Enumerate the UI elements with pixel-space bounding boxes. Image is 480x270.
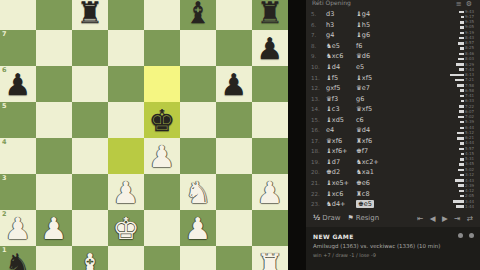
- move-row: 14.♝c3♛xf57:226:07: [306, 104, 480, 115]
- square-h7[interactable]: ♟: [252, 30, 288, 66]
- move-row: 9.♞xc6♛d68:468:03: [306, 51, 480, 62]
- square-d1[interactable]: [108, 246, 144, 270]
- square-f7[interactable]: [180, 30, 216, 66]
- piece-white-pawn: ♟: [252, 174, 288, 210]
- half-point-icon: ½: [313, 214, 320, 222]
- white-move[interactable]: gxf5: [326, 84, 356, 92]
- rank-label-2: 2: [2, 211, 7, 218]
- square-h3[interactable]: ♟: [252, 174, 288, 210]
- rank-label-4: 4: [2, 139, 7, 146]
- square-e4[interactable]: ♟: [144, 138, 180, 174]
- white-move[interactable]: ♝xc6: [326, 190, 356, 198]
- square-c4[interactable]: [72, 138, 108, 174]
- clock-value: 1:44: [465, 205, 474, 209]
- move-time-bars: 3:441:44: [418, 200, 480, 209]
- square-b2[interactable]: ♟: [36, 210, 72, 246]
- time-bar: [459, 190, 464, 193]
- flag-icon: ⚑: [348, 214, 354, 222]
- move-row: 12.gxf5♛e77:586:58: [306, 83, 480, 94]
- time-bar: [456, 63, 464, 66]
- move-time-bars: 5:574:15: [418, 147, 480, 156]
- square-d7[interactable]: [108, 30, 144, 66]
- clock-value: 5:12: [465, 131, 474, 135]
- move-navigation-buttons[interactable]: ⇤ ◀ ▶ ⇥ ⇄: [417, 214, 475, 223]
- white-move[interactable]: ♝xf6+: [326, 147, 356, 155]
- piece-black-pawn: ♟: [216, 66, 252, 102]
- time-bar: [458, 58, 464, 61]
- rank-label-3: 3: [2, 175, 7, 182]
- time-bar: [460, 195, 464, 198]
- move-number: 12.: [311, 85, 326, 91]
- square-f1[interactable]: [180, 246, 216, 270]
- white-move[interactable]: d3: [326, 10, 356, 18]
- rank-label-6: 6: [2, 67, 7, 74]
- time-bar: [460, 158, 464, 161]
- rating-change: win +7 / draw -1 / lose -9: [313, 252, 376, 258]
- time-bar: [459, 148, 464, 151]
- black-move[interactable]: ♝xf5: [356, 74, 418, 82]
- square-d2[interactable]: ♚: [108, 210, 144, 246]
- move-time-bars: 9:359:05: [418, 20, 480, 29]
- square-e6[interactable]: [144, 66, 180, 102]
- square-e3[interactable]: [144, 174, 180, 210]
- black-move[interactable]: g6: [356, 95, 418, 103]
- move-number: 17.: [311, 138, 326, 144]
- black-move[interactable]: ♜xf6: [356, 137, 418, 145]
- square-a2[interactable]: 2♟: [0, 210, 36, 246]
- square-b6[interactable]: [36, 66, 72, 102]
- square-f8[interactable]: ♝: [180, 0, 216, 30]
- black-move[interactable]: ♚f7: [356, 147, 418, 155]
- player-icon[interactable]: [458, 233, 463, 238]
- clock-value: 7:58: [465, 84, 474, 88]
- white-move[interactable]: ♞xc6: [326, 52, 356, 60]
- piece-white-pawn: ♟: [180, 210, 216, 246]
- square-c7[interactable]: [72, 30, 108, 66]
- clock-value: 6:33: [465, 99, 474, 103]
- square-e5[interactable]: ♚: [144, 102, 180, 138]
- square-h5[interactable]: [252, 102, 288, 138]
- time-bar: [455, 179, 464, 182]
- clock-value: 7:44: [465, 68, 474, 72]
- square-g7[interactable]: [216, 30, 252, 66]
- move-time-bars: 7:025:39: [418, 115, 480, 124]
- piece-white-pawn: ♟: [144, 138, 180, 174]
- clock-value: 8:25: [465, 46, 474, 50]
- move-row: 15.♝xd5c67:025:39: [306, 114, 480, 125]
- time-bar: [459, 53, 464, 56]
- square-f5[interactable]: [180, 102, 216, 138]
- piece-black-pawn: ♟: [252, 30, 288, 66]
- square-a4[interactable]: 4: [0, 138, 36, 174]
- square-g6[interactable]: ♟: [216, 66, 252, 102]
- white-move[interactable]: ♛f3: [326, 95, 356, 103]
- move-row: 21.♝xe5+♚e64:432:39: [306, 178, 480, 189]
- move-row: 13.♛f3g67:416:33: [306, 93, 480, 104]
- piece-white-knight: ♞: [180, 174, 216, 210]
- move-time-bars: 6:445:12: [418, 126, 480, 135]
- square-e8[interactable]: [144, 0, 180, 30]
- time-bar: [458, 169, 464, 172]
- square-f4[interactable]: [180, 138, 216, 174]
- opening-name: Réti Opening: [312, 0, 476, 8]
- rank-label-1: 1: [2, 247, 7, 254]
- move-number: 13.: [311, 96, 326, 102]
- players-ratings: Amilsugd (1363) vs. veckiwac (1336) (10 …: [313, 243, 440, 249]
- black-move[interactable]: ♛xf5: [356, 105, 418, 113]
- time-bar: [460, 127, 464, 130]
- time-bar: [460, 174, 464, 177]
- move-row: 11.♝f5♝xf58:137:21: [306, 72, 480, 83]
- square-b5[interactable]: [36, 102, 72, 138]
- time-bar: [460, 121, 464, 124]
- clock-value: 3:45: [465, 162, 474, 166]
- black-move-current[interactable]: ♚e5: [356, 200, 374, 208]
- time-bar: [456, 205, 464, 208]
- rank-label-7: 7: [2, 31, 7, 38]
- black-move[interactable]: e5: [356, 63, 418, 71]
- square-h6[interactable]: [252, 66, 288, 102]
- square-g8[interactable]: [216, 0, 252, 30]
- time-bar: [459, 68, 464, 71]
- move-time-bars: 8:137:21: [418, 73, 480, 82]
- time-bar: [459, 110, 464, 113]
- time-bar: [459, 11, 464, 14]
- square-g1[interactable]: [216, 246, 252, 270]
- time-bar: [457, 132, 464, 135]
- footer-icons[interactable]: [458, 233, 474, 238]
- time-bar: [460, 32, 464, 35]
- move-number: 20.: [311, 169, 326, 175]
- time-bar: [461, 153, 464, 156]
- square-a5[interactable]: 5: [0, 102, 36, 138]
- move-time-bars: 4:432:39: [418, 179, 480, 188]
- time-bar: [461, 100, 464, 103]
- black-move[interactable]: ♚e6: [356, 179, 418, 187]
- move-time-bars: 8:468:03: [418, 52, 480, 61]
- new-game-footer: NEW GAME Amilsugd (1363) vs. veckiwac (1…: [306, 227, 480, 270]
- move-time-bars: 6:214:44: [418, 136, 480, 145]
- black-move[interactable]: ♞xa1: [356, 168, 418, 176]
- time-bar: [457, 137, 464, 140]
- square-b4[interactable]: [36, 138, 72, 174]
- white-move[interactable]: e4: [326, 126, 356, 134]
- square-d6[interactable]: [108, 66, 144, 102]
- white-move[interactable]: h3: [326, 21, 356, 29]
- move-time-bars: 9:198:43: [418, 31, 480, 40]
- move-number: 21.: [311, 180, 326, 186]
- move-row: 20.♚d2♞xa15:023:12: [306, 167, 480, 178]
- black-move[interactable]: ♝h5: [356, 21, 418, 29]
- info-icon[interactable]: [469, 233, 474, 238]
- move-number: 8.: [311, 43, 326, 49]
- offer-draw-button[interactable]: ½Draw: [313, 214, 341, 222]
- move-number: 19.: [311, 159, 326, 165]
- move-number: 9.: [311, 53, 326, 59]
- white-move[interactable]: ♝f5: [326, 74, 356, 82]
- move-number: 7.: [311, 32, 326, 38]
- time-bar: [460, 26, 464, 29]
- move-number: 11.: [311, 75, 326, 81]
- panel-top-icons[interactable]: ≡⚙: [456, 0, 476, 9]
- square-c6[interactable]: [72, 66, 108, 102]
- black-move[interactable]: ♛d4: [356, 126, 418, 134]
- time-bar: [460, 89, 464, 92]
- square-a7[interactable]: 7: [0, 30, 36, 66]
- black-move[interactable]: c6: [356, 116, 418, 124]
- move-time-bars: 7:226:07: [418, 105, 480, 114]
- clock-value: 2:39: [465, 184, 474, 188]
- move-time-bars: 4:122:05: [418, 189, 480, 198]
- clock-value: 3:12: [465, 173, 474, 177]
- square-b7[interactable]: [36, 30, 72, 66]
- square-b3[interactable]: [36, 174, 72, 210]
- piece-black-rook: ♜: [72, 0, 108, 30]
- time-bar: [459, 163, 464, 166]
- clock-value: 3:44: [465, 200, 474, 204]
- move-list[interactable]: 5.d3♝g49:439:176.h3♝h59:359:057.g4♝g69:1…: [306, 9, 480, 209]
- clock-value: 4:15: [465, 152, 474, 156]
- square-c2[interactable]: [72, 210, 108, 246]
- white-move[interactable]: ♚d2: [326, 168, 356, 176]
- square-c8[interactable]: ♜: [72, 0, 108, 30]
- piece-black-bishop: ♝: [180, 0, 216, 30]
- clock-value: 6:07: [465, 110, 474, 114]
- black-move[interactable]: ♞xc2+: [356, 158, 418, 166]
- square-d8[interactable]: [108, 0, 144, 30]
- square-f6[interactable]: [180, 66, 216, 102]
- square-d5[interactable]: [108, 102, 144, 138]
- black-move[interactable]: f6: [356, 42, 418, 50]
- move-number: 14.: [311, 106, 326, 112]
- square-c5[interactable]: [72, 102, 108, 138]
- move-number: 23.: [311, 201, 326, 207]
- white-move[interactable]: ♞d4+: [326, 200, 356, 208]
- white-move[interactable]: ♛xf6: [326, 137, 356, 145]
- move-row: 7.g4♝g69:198:43: [306, 30, 480, 41]
- piece-white-pawn: ♟: [36, 210, 72, 246]
- square-c3[interactable]: [72, 174, 108, 210]
- clock-value: 9:05: [465, 25, 474, 29]
- square-d4[interactable]: [108, 138, 144, 174]
- time-bar: [453, 200, 464, 203]
- white-move[interactable]: ♝d4: [326, 63, 356, 71]
- move-number: 16.: [311, 127, 326, 133]
- move-number: 15.: [311, 117, 326, 123]
- move-number: 5.: [311, 11, 326, 17]
- white-move[interactable]: g4: [326, 31, 356, 39]
- square-h4[interactable]: [252, 138, 288, 174]
- clock-value: 5:39: [465, 120, 474, 124]
- move-time-bars: 7:416:33: [418, 94, 480, 103]
- piece-black-king: ♚: [144, 102, 180, 138]
- move-list-panel: Réti Opening ≡⚙ 5.d3♝g49:439:176.h3♝h59:…: [306, 0, 480, 270]
- square-h8[interactable]: ♜: [252, 0, 288, 30]
- black-move[interactable]: ♝g6: [356, 31, 418, 39]
- clock-value: 8:43: [465, 36, 474, 40]
- time-bar: [460, 95, 464, 98]
- white-move[interactable]: ♝c3: [326, 105, 356, 113]
- black-move[interactable]: ♝g4: [356, 10, 418, 18]
- screenshot-stage: 8♜♝♜7♟6♟♟5♚4♟3♟♞♟2♟♟♚♟1♞♝♜ Réti Opening …: [0, 0, 480, 270]
- move-row: 17.♛xf6♜xf66:214:44: [306, 136, 480, 147]
- move-number: 22.: [311, 191, 326, 197]
- square-a3[interactable]: 3: [0, 174, 36, 210]
- square-h2[interactable]: [252, 210, 288, 246]
- move-row: 18.♝xf6+♚f75:574:15: [306, 146, 480, 157]
- move-number: 10.: [311, 64, 326, 70]
- piece-white-pawn: ♟: [108, 174, 144, 210]
- square-a1[interactable]: 1♞: [0, 246, 36, 270]
- time-bar: [455, 79, 464, 82]
- white-move[interactable]: ♝xd5: [326, 116, 356, 124]
- chess-board[interactable]: 8♜♝♜7♟6♟♟5♚4♟3♟♞♟2♟♟♚♟1♞♝♜: [0, 0, 288, 270]
- time-bar: [458, 184, 464, 187]
- time-bar: [460, 142, 464, 145]
- clock-value: 4:44: [465, 141, 474, 145]
- time-bar: [457, 84, 464, 87]
- game-controls: ½Draw ⚑Resign ⇤ ◀ ▶ ⇥ ⇄: [306, 211, 480, 225]
- time-bar: [460, 47, 464, 50]
- square-e1[interactable]: [144, 246, 180, 270]
- square-f2[interactable]: ♟: [180, 210, 216, 246]
- move-row: 5.d3♝g49:439:17: [306, 9, 480, 20]
- black-move[interactable]: ♜c8: [356, 190, 418, 198]
- time-bar: [459, 37, 464, 40]
- clock-value: 9:17: [465, 15, 474, 19]
- square-d3[interactable]: ♟: [108, 174, 144, 210]
- white-move[interactable]: ♝d7: [326, 158, 356, 166]
- move-row: 19.♝d7♞xc2+5:313:45: [306, 157, 480, 168]
- square-a6[interactable]: 6♟: [0, 66, 36, 102]
- square-e2[interactable]: [144, 210, 180, 246]
- time-bar: [460, 21, 464, 24]
- clock-value: 6:58: [465, 89, 474, 93]
- rank-label-5: 5: [2, 103, 7, 110]
- time-bar: [461, 16, 464, 19]
- square-b8[interactable]: [36, 0, 72, 30]
- move-time-bars: 5:023:12: [418, 168, 480, 177]
- piece-white-rook: ♜: [252, 246, 288, 270]
- move-row: 16.e4♛d46:445:12: [306, 125, 480, 136]
- square-a8[interactable]: 8: [0, 0, 36, 30]
- gear-icon[interactable]: ⚙: [466, 0, 476, 8]
- move-time-bars: 9:439:17: [418, 10, 480, 19]
- move-time-bars: 5:313:45: [418, 157, 480, 166]
- clock-value: 2:05: [465, 194, 474, 198]
- new-game-title: NEW GAME: [313, 233, 354, 240]
- white-move[interactable]: ♝xe5+: [326, 179, 356, 187]
- square-g4[interactable]: [216, 138, 252, 174]
- black-move[interactable]: ♛d6: [356, 52, 418, 60]
- white-move[interactable]: ♞e5: [326, 42, 356, 50]
- square-h1[interactable]: ♜: [252, 246, 288, 270]
- square-b1[interactable]: [36, 246, 72, 270]
- black-move[interactable]: ♛e7: [356, 84, 418, 92]
- move-row: 6.h3♝h59:359:05: [306, 20, 480, 31]
- move-row: 8.♞e5f68:578:25: [306, 41, 480, 52]
- clock-value: 4:43: [465, 179, 474, 183]
- piece-black-rook: ♜: [252, 0, 288, 30]
- clock-value: 8:03: [465, 57, 474, 61]
- menu-icon[interactable]: ≡: [456, 0, 466, 8]
- move-row: 22.♝xc6♜c84:122:05: [306, 188, 480, 199]
- time-bar: [450, 74, 464, 77]
- time-bar: [458, 42, 464, 45]
- square-f3[interactable]: ♞: [180, 174, 216, 210]
- square-c1[interactable]: ♝: [72, 246, 108, 270]
- move-row: 23.♞d4+♚e53:441:44: [306, 199, 480, 210]
- move-number: 6.: [311, 22, 326, 28]
- time-bar: [459, 105, 464, 108]
- rank-label-8: 8: [2, 0, 7, 2]
- square-g3[interactable]: [216, 174, 252, 210]
- square-g5[interactable]: [216, 102, 252, 138]
- resign-button[interactable]: ⚑Resign: [348, 214, 380, 222]
- move-time-bars: 7:586:58: [418, 84, 480, 93]
- clock-value: 8:29: [465, 63, 474, 67]
- time-bar: [458, 116, 464, 119]
- move-number: 18.: [311, 148, 326, 154]
- clock-value: 7:21: [465, 78, 474, 82]
- piece-white-king: ♚: [108, 210, 144, 246]
- square-e7[interactable]: [144, 30, 180, 66]
- move-row: 10.♝d4e58:297:44: [306, 62, 480, 73]
- square-g2[interactable]: [216, 210, 252, 246]
- piece-white-bishop: ♝: [72, 246, 108, 270]
- move-time-bars: 8:578:25: [418, 41, 480, 50]
- move-time-bars: 8:297:44: [418, 63, 480, 72]
